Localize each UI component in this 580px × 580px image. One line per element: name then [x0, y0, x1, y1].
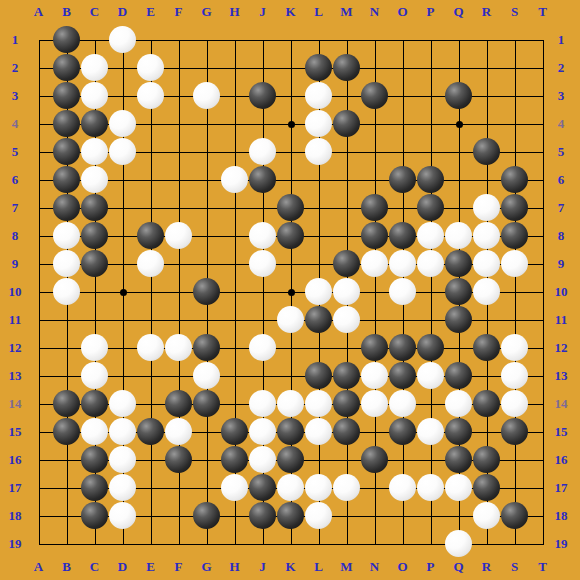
coord-label-14: 14: [4, 397, 26, 411]
coord-label-N: N: [364, 560, 386, 574]
coord-label-10: 10: [4, 285, 26, 299]
coord-label-9: 9: [550, 257, 572, 271]
coord-label-S: S: [504, 5, 526, 19]
coord-label-19: 19: [4, 537, 26, 551]
coord-label-K: K: [280, 560, 302, 574]
coord-label-1: 1: [4, 33, 26, 47]
coord-label-10: 10: [550, 285, 572, 299]
coord-label-9: 9: [4, 257, 26, 271]
coord-label-Q: Q: [448, 5, 470, 19]
coord-label-A: A: [28, 560, 50, 574]
coord-label-4: 4: [550, 117, 572, 131]
coord-label-7: 7: [4, 201, 26, 215]
coord-label-16: 16: [550, 453, 572, 467]
coord-label-O: O: [392, 560, 414, 574]
coord-label-Q: Q: [448, 560, 470, 574]
coord-label-T: T: [532, 5, 554, 19]
coord-label-12: 12: [4, 341, 26, 355]
coord-label-A: A: [28, 5, 50, 19]
coord-label-M: M: [336, 560, 358, 574]
coord-label-E: E: [140, 5, 162, 19]
coord-label-C: C: [84, 5, 106, 19]
coord-label-13: 13: [4, 369, 26, 383]
coord-label-M: M: [336, 5, 358, 19]
coord-label-D: D: [112, 5, 134, 19]
coord-label-P: P: [420, 5, 442, 19]
coord-label-5: 5: [4, 145, 26, 159]
coord-label-1: 1: [550, 33, 572, 47]
coord-label-H: H: [224, 5, 246, 19]
coord-label-11: 11: [4, 313, 26, 327]
coord-label-D: D: [112, 560, 134, 574]
coord-label-2: 2: [550, 61, 572, 75]
coord-label-R: R: [476, 560, 498, 574]
coord-label-11: 11: [550, 313, 572, 327]
coordinate-labels: AABBCCDDEEFFGGHHJJKKLLMMNNOOPPQQRRSSTT11…: [0, 0, 580, 580]
coord-label-5: 5: [550, 145, 572, 159]
coord-label-N: N: [364, 5, 386, 19]
coord-label-8: 8: [4, 229, 26, 243]
coord-label-15: 15: [4, 425, 26, 439]
coord-label-17: 17: [550, 481, 572, 495]
coord-label-2: 2: [4, 61, 26, 75]
coord-label-12: 12: [550, 341, 572, 355]
coord-label-7: 7: [550, 201, 572, 215]
coord-label-3: 3: [550, 89, 572, 103]
coord-label-C: C: [84, 560, 106, 574]
coord-label-8: 8: [550, 229, 572, 243]
coord-label-S: S: [504, 560, 526, 574]
coord-label-18: 18: [550, 509, 572, 523]
coord-label-T: T: [532, 560, 554, 574]
coord-label-15: 15: [550, 425, 572, 439]
coord-label-O: O: [392, 5, 414, 19]
coord-label-P: P: [420, 560, 442, 574]
coord-label-13: 13: [550, 369, 572, 383]
go-board-app: AABBCCDDEEFFGGHHJJKKLLMMNNOOPPQQRRSSTT11…: [0, 0, 580, 580]
coord-label-18: 18: [4, 509, 26, 523]
coord-label-F: F: [168, 5, 190, 19]
coord-label-G: G: [196, 5, 218, 19]
coord-label-J: J: [252, 560, 274, 574]
coord-label-B: B: [56, 560, 78, 574]
coord-label-6: 6: [4, 173, 26, 187]
coord-label-19: 19: [550, 537, 572, 551]
coord-label-E: E: [140, 560, 162, 574]
coord-label-H: H: [224, 560, 246, 574]
coord-label-F: F: [168, 560, 190, 574]
coord-label-B: B: [56, 5, 78, 19]
coord-label-4: 4: [4, 117, 26, 131]
coord-label-17: 17: [4, 481, 26, 495]
coord-label-16: 16: [4, 453, 26, 467]
coord-label-R: R: [476, 5, 498, 19]
coord-label-14: 14: [550, 397, 572, 411]
coord-label-L: L: [308, 5, 330, 19]
coord-label-G: G: [196, 560, 218, 574]
coord-label-K: K: [280, 5, 302, 19]
coord-label-J: J: [252, 5, 274, 19]
coord-label-L: L: [308, 560, 330, 574]
coord-label-3: 3: [4, 89, 26, 103]
coord-label-6: 6: [550, 173, 572, 187]
